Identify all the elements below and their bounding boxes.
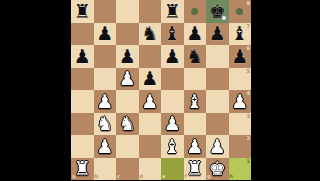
piece-white-rook-f1[interactable]: ♜	[184, 158, 207, 181]
square-g5[interactable]	[206, 68, 229, 91]
piece-black-knight-d7[interactable]: ♞	[139, 23, 162, 46]
square-f7[interactable]: ♟	[184, 23, 207, 46]
square-d2[interactable]	[139, 135, 162, 158]
square-b2[interactable]: ♟	[94, 135, 117, 158]
square-c7[interactable]	[116, 23, 139, 46]
king-badge	[221, 15, 227, 21]
piece-white-pawn-d4[interactable]: ♟	[139, 90, 162, 113]
square-b1[interactable]: b	[94, 158, 117, 181]
square-g4[interactable]	[206, 90, 229, 113]
square-e8[interactable]: ♜	[161, 0, 184, 23]
square-d3[interactable]	[139, 113, 162, 136]
square-f6[interactable]: ♞	[184, 45, 207, 68]
piece-black-pawn-d5[interactable]: ♟	[139, 68, 162, 91]
piece-white-knight-c3[interactable]: ♞	[116, 113, 139, 136]
square-f8[interactable]	[184, 0, 207, 23]
coord-file-h: h	[230, 174, 234, 179]
square-g7[interactable]: ♟	[206, 23, 229, 46]
square-d1[interactable]: d	[139, 158, 162, 181]
square-b4[interactable]: ♟	[94, 90, 117, 113]
piece-black-pawn-g7[interactable]: ♟	[206, 23, 229, 46]
square-b7[interactable]: ♟	[94, 23, 117, 46]
square-a8[interactable]: ♜	[71, 0, 94, 23]
coord-rank-2: 2	[247, 136, 250, 141]
square-c4[interactable]	[116, 90, 139, 113]
piece-black-bishop-e7[interactable]: ♝	[161, 23, 184, 46]
square-d4[interactable]: ♟	[139, 90, 162, 113]
piece-black-pawn-b7[interactable]: ♟	[94, 23, 117, 46]
square-b8[interactable]	[94, 0, 117, 23]
piece-white-pawn-f2[interactable]: ♟	[184, 135, 207, 158]
piece-black-pawn-c6[interactable]: ♟	[116, 45, 139, 68]
square-d5[interactable]: ♟	[139, 68, 162, 91]
square-c8[interactable]	[116, 0, 139, 23]
square-e1[interactable]: e	[161, 158, 184, 181]
square-a7[interactable]	[71, 23, 94, 46]
square-h6[interactable]: ♟6	[229, 45, 252, 68]
piece-white-pawn-b4[interactable]: ♟	[94, 90, 117, 113]
square-c3[interactable]: ♞	[116, 113, 139, 136]
piece-white-pawn-e3[interactable]: ♟	[161, 113, 184, 136]
square-a4[interactable]	[71, 90, 94, 113]
square-h2[interactable]: 2	[229, 135, 252, 158]
legal-move-dot-h8[interactable]	[236, 8, 243, 15]
square-h1[interactable]: 1h	[229, 158, 252, 181]
square-e3[interactable]: ♟	[161, 113, 184, 136]
square-h7[interactable]: ♝7	[229, 23, 252, 46]
square-h5[interactable]: 5	[229, 68, 252, 91]
square-b5[interactable]	[94, 68, 117, 91]
coord-file-b: b	[95, 174, 99, 179]
piece-black-rook-a8[interactable]: ♜	[71, 0, 94, 23]
square-c2[interactable]	[116, 135, 139, 158]
piece-black-rook-e8[interactable]: ♜	[161, 0, 184, 23]
square-a6[interactable]: ♟	[71, 45, 94, 68]
square-h3[interactable]: 3	[229, 113, 252, 136]
piece-black-bishop-h7[interactable]: ♝	[229, 23, 252, 46]
piece-black-knight-f6[interactable]: ♞	[184, 45, 207, 68]
square-h8[interactable]: 8	[229, 0, 252, 23]
square-c6[interactable]: ♟	[116, 45, 139, 68]
square-f3[interactable]	[184, 113, 207, 136]
square-e6[interactable]: ♟	[161, 45, 184, 68]
coord-file-d: d	[140, 174, 144, 179]
square-d6[interactable]	[139, 45, 162, 68]
square-g8[interactable]: ♚	[206, 0, 229, 23]
chess-board: ♜♜♚8♟♞♝♟♟♝7♟♟♟♞♟6♟♟5♟♟♝♟4♞♞♟3♟♝♟♟2♜abcde…	[71, 0, 251, 180]
piece-black-pawn-h6[interactable]: ♟	[229, 45, 252, 68]
square-d8[interactable]	[139, 0, 162, 23]
square-e5[interactable]	[161, 68, 184, 91]
square-g1[interactable]: ♚g	[206, 158, 229, 181]
square-d7[interactable]: ♞	[139, 23, 162, 46]
square-f2[interactable]: ♟	[184, 135, 207, 158]
square-f5[interactable]	[184, 68, 207, 91]
piece-white-rook-a1[interactable]: ♜	[71, 158, 94, 181]
square-f4[interactable]: ♝	[184, 90, 207, 113]
square-g3[interactable]	[206, 113, 229, 136]
square-a2[interactable]	[71, 135, 94, 158]
piece-white-knight-b3[interactable]: ♞	[94, 113, 117, 136]
piece-white-pawn-c5[interactable]: ♟	[116, 68, 139, 91]
piece-black-pawn-e6[interactable]: ♟	[161, 45, 184, 68]
piece-white-pawn-h4[interactable]: ♟	[229, 90, 252, 113]
piece-black-pawn-a6[interactable]: ♟	[71, 45, 94, 68]
square-f1[interactable]: ♜f	[184, 158, 207, 181]
square-a3[interactable]	[71, 113, 94, 136]
square-g2[interactable]: ♟	[206, 135, 229, 158]
coord-rank-5: 5	[247, 69, 250, 74]
square-g6[interactable]	[206, 45, 229, 68]
coord-rank-8: 8	[247, 1, 250, 6]
square-e2[interactable]: ♝	[161, 135, 184, 158]
coord-rank-1: 1	[247, 159, 250, 164]
piece-white-pawn-g2[interactable]: ♟	[206, 135, 229, 158]
piece-white-king-g1[interactable]: ♚	[206, 158, 229, 181]
piece-black-pawn-f7[interactable]: ♟	[184, 23, 207, 46]
piece-white-bishop-f4[interactable]: ♝	[184, 90, 207, 113]
square-a5[interactable]	[71, 68, 94, 91]
piece-white-bishop-e2[interactable]: ♝	[161, 135, 184, 158]
square-h4[interactable]: ♟4	[229, 90, 252, 113]
square-c1[interactable]: c	[116, 158, 139, 181]
square-b6[interactable]	[94, 45, 117, 68]
square-b3[interactable]: ♞	[94, 113, 117, 136]
square-c5[interactable]: ♟	[116, 68, 139, 91]
square-e4[interactable]	[161, 90, 184, 113]
square-e7[interactable]: ♝	[161, 23, 184, 46]
screenshot: ♜♜♚8♟♞♝♟♟♝7♟♟♟♞♟6♟♟5♟♟♝♟4♞♞♟3♟♝♟♟2♜abcde…	[0, 0, 320, 180]
coord-file-c: c	[117, 174, 120, 179]
square-a1[interactable]: ♜a	[71, 158, 94, 181]
coord-rank-3: 3	[247, 114, 250, 119]
legal-move-dot-f8[interactable]	[191, 8, 198, 15]
coord-file-e: e	[162, 174, 165, 179]
piece-white-pawn-b2[interactable]: ♟	[94, 135, 117, 158]
